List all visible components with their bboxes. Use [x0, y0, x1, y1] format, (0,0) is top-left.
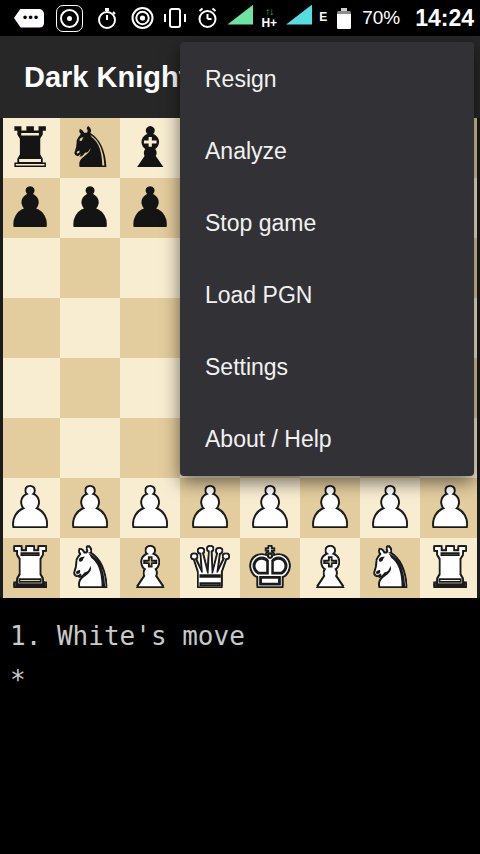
white-pawn-piece[interactable]: ♟ [245, 478, 295, 538]
square-a1[interactable]: ♜ [0, 538, 60, 598]
square-f1[interactable]: ♝ [300, 538, 360, 598]
app-notification-icon [56, 5, 83, 32]
white-bishop-piece[interactable]: ♝ [305, 538, 355, 598]
white-pawn-piece[interactable]: ♟ [425, 478, 475, 538]
square-e2[interactable]: ♟ [240, 478, 300, 538]
white-queen-piece[interactable]: ♛ [185, 538, 235, 598]
square-c7[interactable]: ♟ [120, 178, 180, 238]
white-pawn-piece[interactable]: ♟ [365, 478, 415, 538]
black-pawn-piece[interactable]: ♟ [65, 178, 115, 238]
square-b2[interactable]: ♟ [60, 478, 120, 538]
square-a3[interactable] [0, 418, 60, 478]
square-c2[interactable]: ♟ [120, 478, 180, 538]
square-a8[interactable]: ♜ [0, 118, 60, 178]
battery-icon [337, 8, 351, 29]
clock-time: 14:24 [415, 5, 474, 32]
move-list-panel[interactable]: 1. White's move * [0, 598, 480, 854]
square-a7[interactable]: ♟ [0, 178, 60, 238]
white-pawn-piece[interactable]: ♟ [305, 478, 355, 538]
white-knight-piece[interactable]: ♞ [365, 538, 415, 598]
network-type-secondary: E [319, 10, 327, 24]
square-c5[interactable] [120, 298, 180, 358]
broadcast-icon [130, 6, 155, 30]
white-king-piece[interactable]: ♚ [245, 538, 295, 598]
square-b7[interactable]: ♟ [60, 178, 120, 238]
menu-item-settings[interactable]: Settings [180, 331, 474, 403]
square-h2[interactable]: ♟ [420, 478, 480, 538]
menu-item-stop-game[interactable]: Stop game [180, 187, 474, 259]
square-a4[interactable] [0, 358, 60, 418]
board-left-edge [0, 118, 3, 598]
black-knight-piece[interactable]: ♞ [65, 118, 115, 178]
square-e1[interactable]: ♚ [240, 538, 300, 598]
move-status-line: 1. White's move [10, 614, 480, 658]
menu-item-resign[interactable]: Resign [180, 43, 474, 115]
menu-item-about-help[interactable]: About / Help [180, 403, 474, 475]
stopwatch-icon [95, 6, 119, 30]
white-rook-piece[interactable]: ♜ [5, 538, 55, 598]
square-d1[interactable]: ♛ [180, 538, 240, 598]
square-g1[interactable]: ♞ [360, 538, 420, 598]
app-title: Dark Knight [0, 61, 188, 94]
square-c4[interactable] [120, 358, 180, 418]
square-c6[interactable] [120, 238, 180, 298]
game-result-marker: * [10, 658, 480, 702]
white-pawn-piece[interactable]: ♟ [185, 478, 235, 538]
square-g2[interactable]: ♟ [360, 478, 420, 538]
white-knight-piece[interactable]: ♞ [65, 538, 115, 598]
square-b3[interactable] [60, 418, 120, 478]
network-type-primary: ↑↓ H+ [261, 7, 277, 29]
status-bar: ••• [0, 0, 480, 36]
white-pawn-piece[interactable]: ♟ [5, 478, 55, 538]
square-b4[interactable] [60, 358, 120, 418]
square-a6[interactable] [0, 238, 60, 298]
black-bishop-piece[interactable]: ♝ [125, 118, 175, 178]
square-c1[interactable]: ♝ [120, 538, 180, 598]
square-h1[interactable]: ♜ [420, 538, 480, 598]
square-b1[interactable]: ♞ [60, 538, 120, 598]
square-b8[interactable]: ♞ [60, 118, 120, 178]
signal-triangle-green [227, 5, 253, 25]
white-pawn-piece[interactable]: ♟ [125, 478, 175, 538]
square-c8[interactable]: ♝ [120, 118, 180, 178]
more-notifications-icon: ••• [14, 9, 44, 28]
app-screen: ••• [0, 0, 480, 854]
square-f2[interactable]: ♟ [300, 478, 360, 538]
white-bishop-piece[interactable]: ♝ [125, 538, 175, 598]
black-pawn-piece[interactable]: ♟ [125, 178, 175, 238]
black-rook-piece[interactable]: ♜ [5, 118, 55, 178]
black-pawn-piece[interactable]: ♟ [5, 178, 55, 238]
white-rook-piece[interactable]: ♜ [425, 538, 475, 598]
square-d2[interactable]: ♟ [180, 478, 240, 538]
battery-percent: 70% [362, 7, 400, 29]
square-b6[interactable] [60, 238, 120, 298]
menu-item-load-pgn[interactable]: Load PGN [180, 259, 474, 331]
signal-triangle-cyan [286, 5, 312, 25]
white-pawn-piece[interactable]: ♟ [65, 478, 115, 538]
options-menu: Resign Analyze Stop game Load PGN Settin… [180, 42, 474, 476]
menu-item-analyze[interactable]: Analyze [180, 115, 474, 187]
alarm-icon [195, 6, 220, 30]
square-b5[interactable] [60, 298, 120, 358]
vibrate-icon [162, 6, 188, 30]
square-a2[interactable]: ♟ [0, 478, 60, 538]
square-c3[interactable] [120, 418, 180, 478]
square-a5[interactable] [0, 298, 60, 358]
